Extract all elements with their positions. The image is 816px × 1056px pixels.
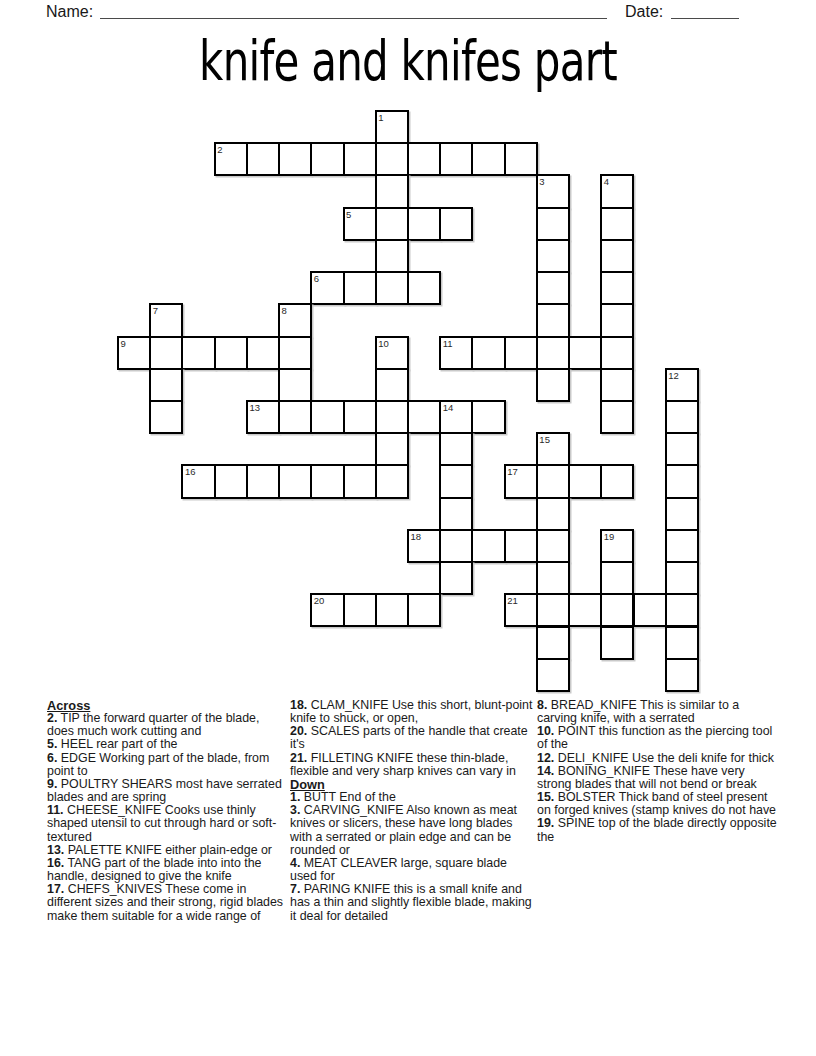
grid-cell-r11c10[interactable] bbox=[439, 464, 473, 498]
grid-cell-r11c17[interactable] bbox=[665, 464, 699, 498]
grid-cell-r13c13[interactable] bbox=[536, 529, 570, 563]
grid-cell-r8c1[interactable] bbox=[149, 368, 183, 402]
grid-cell-r4c13[interactable] bbox=[536, 239, 570, 273]
grid-cell-r9c7[interactable] bbox=[343, 400, 377, 434]
grid-cell-r10c10[interactable] bbox=[439, 432, 473, 466]
grid-cell-r3c8[interactable] bbox=[375, 207, 409, 241]
clue-number: 2. bbox=[47, 711, 57, 725]
clue-across-13: 13. PALETTE KNIFE either plain-edge or bbox=[47, 844, 289, 857]
grid-cell-r17c13[interactable] bbox=[536, 658, 570, 692]
grid-cell-r7c12[interactable] bbox=[504, 336, 538, 370]
grid-cell-r7c15[interactable] bbox=[600, 336, 634, 370]
cell-number-14: 14 bbox=[443, 402, 454, 413]
cell-number-2: 2 bbox=[217, 144, 222, 155]
grid-cell-r11c5[interactable] bbox=[278, 464, 312, 498]
clue-number: 8. bbox=[537, 698, 547, 712]
clue-down-12: 12. DELI_KNIFE Use the deli knife for th… bbox=[537, 752, 780, 765]
cell-number-6: 6 bbox=[314, 273, 319, 284]
grid-cell-r9c1[interactable] bbox=[149, 400, 183, 434]
clue-down-4: 4. MEAT CLEAVER large, square blade used… bbox=[290, 857, 537, 883]
clue-number: 20. bbox=[290, 724, 307, 738]
grid-cell-r11c12[interactable]: 17 bbox=[504, 464, 538, 498]
grid-cell-r9c11[interactable] bbox=[471, 400, 505, 434]
grid-cell-r1c3[interactable]: 2 bbox=[214, 142, 248, 176]
clue-across-17: 17. CHEFS_KNIVES These come in different… bbox=[47, 883, 289, 922]
clue-number: 9. bbox=[47, 777, 57, 791]
cell-number-3: 3 bbox=[539, 176, 544, 187]
grid-cell-r9c10[interactable]: 14 bbox=[439, 400, 473, 434]
grid-cell-r7c1[interactable] bbox=[149, 336, 183, 370]
clue-number: 19. bbox=[537, 816, 554, 830]
grid-cell-r15c13[interactable] bbox=[536, 593, 570, 627]
clue-number: 17. bbox=[47, 882, 64, 896]
grid-cell-r11c14[interactable] bbox=[568, 464, 602, 498]
grid-cell-r9c15[interactable] bbox=[600, 400, 634, 434]
clue-number: 6. bbox=[47, 751, 57, 765]
cell-number-20: 20 bbox=[314, 595, 325, 606]
grid-cell-r10c13[interactable]: 15 bbox=[536, 432, 570, 466]
grid-cell-r3c10[interactable] bbox=[439, 207, 473, 241]
cell-number-12: 12 bbox=[668, 370, 679, 381]
grid-cell-r7c4[interactable] bbox=[246, 336, 280, 370]
grid-cell-r11c4[interactable] bbox=[246, 464, 280, 498]
clue-across-11: 11. CHEESE_KNIFE Cooks use thinly shaped… bbox=[47, 804, 289, 843]
clue-number: 18. bbox=[290, 698, 307, 712]
grid-cell-r1c10[interactable] bbox=[439, 142, 473, 176]
clue-number: 5. bbox=[47, 737, 57, 751]
grid-cell-r2c13[interactable]: 3 bbox=[536, 174, 570, 208]
grid-cell-r8c5[interactable] bbox=[278, 368, 312, 402]
cell-number-7: 7 bbox=[153, 305, 158, 316]
clues-column-middle: 18. CLAM_KNIFE Use this short, blunt-poi… bbox=[290, 699, 537, 923]
grid-cell-r13c10[interactable] bbox=[439, 529, 473, 563]
grid-cell-r13c11[interactable] bbox=[471, 529, 505, 563]
grid-cell-r9c4[interactable]: 13 bbox=[246, 400, 280, 434]
grid-cell-r1c9[interactable] bbox=[407, 142, 441, 176]
grid-cell-r8c13[interactable] bbox=[536, 368, 570, 402]
cell-number-11: 11 bbox=[443, 338, 453, 349]
grid-cell-r12c13[interactable] bbox=[536, 497, 570, 531]
grid-cell-r17c17[interactable] bbox=[665, 658, 699, 692]
cell-number-9: 9 bbox=[121, 338, 126, 349]
grid-cell-r1c11[interactable] bbox=[471, 142, 505, 176]
clue-number: 14. bbox=[537, 764, 554, 778]
grid-cell-r11c8[interactable] bbox=[375, 464, 409, 498]
cell-number-1: 1 bbox=[378, 112, 383, 123]
clue-number: 16. bbox=[47, 856, 64, 870]
grid-cell-r1c4[interactable] bbox=[246, 142, 280, 176]
clue-number: 3. bbox=[290, 803, 300, 817]
grid-cell-r7c13[interactable] bbox=[536, 336, 570, 370]
grid-cell-r11c13[interactable] bbox=[536, 464, 570, 498]
clue-across-9: 9. POULTRY SHEARS most have serrated bla… bbox=[47, 778, 289, 804]
grid-cell-r13c9[interactable]: 18 bbox=[407, 529, 441, 563]
grid-cell-r3c9[interactable] bbox=[407, 207, 441, 241]
clue-across-16: 16. TANG part of the blade into into the… bbox=[47, 857, 289, 883]
grid-cell-r5c8[interactable] bbox=[375, 271, 409, 305]
grid-cell-r7c0[interactable]: 9 bbox=[117, 336, 151, 370]
clue-down-7: 7. PARING KNIFE this is a small knife an… bbox=[290, 883, 537, 922]
grid-cell-r14c17[interactable] bbox=[665, 561, 699, 595]
grid-cell-r5c13[interactable] bbox=[536, 271, 570, 305]
clue-down-3: 3. CARVING_KNIFE Also known as meat kniv… bbox=[290, 804, 537, 857]
grid-cell-r2c8[interactable] bbox=[375, 174, 409, 208]
cell-number-17: 17 bbox=[507, 466, 518, 477]
grid-cell-r10c8[interactable] bbox=[375, 432, 409, 466]
grid-cell-r13c17[interactable] bbox=[665, 529, 699, 563]
grid-cell-r7c5[interactable] bbox=[278, 336, 312, 370]
grid-cell-r16c13[interactable] bbox=[536, 626, 570, 660]
grid-cell-r15c14[interactable] bbox=[568, 593, 602, 627]
grid-cell-r3c15[interactable] bbox=[600, 207, 634, 241]
grid-cell-r10c17[interactable] bbox=[665, 432, 699, 466]
grid-cell-r0c8[interactable]: 1 bbox=[375, 110, 409, 144]
cell-number-13: 13 bbox=[249, 402, 260, 413]
grid-cell-r14c15[interactable] bbox=[600, 561, 634, 595]
grid-cell-r6c15[interactable] bbox=[600, 303, 634, 337]
grid-cell-r4c15[interactable] bbox=[600, 239, 634, 273]
grid-cell-r9c5[interactable] bbox=[278, 400, 312, 434]
grid-cell-r9c6[interactable] bbox=[310, 400, 344, 434]
cell-number-19: 19 bbox=[604, 531, 615, 542]
grid-cell-r7c8[interactable]: 10 bbox=[375, 336, 409, 370]
clue-down-14: 14. BONING_KNIFE These have very strong … bbox=[537, 765, 780, 791]
grid-cell-r7c11[interactable] bbox=[471, 336, 505, 370]
clue-number: 4. bbox=[290, 856, 300, 870]
clue-across-21: 21. FILLETING KNIFE these thin-blade, fl… bbox=[290, 752, 537, 778]
grid-cell-r8c15[interactable] bbox=[600, 368, 634, 402]
grid-cell-r15c17[interactable] bbox=[665, 593, 699, 627]
grid-cell-r7c3[interactable] bbox=[214, 336, 248, 370]
grid-cell-r9c17[interactable] bbox=[665, 400, 699, 434]
clue-across-2: 2. TIP the forward quarter of the blade,… bbox=[47, 712, 289, 738]
clue-down-15: 15. BOLSTER Thick band of steel present … bbox=[537, 791, 780, 817]
grid-cell-r15c9[interactable] bbox=[407, 593, 441, 627]
clue-across-20: 20. SCALES parts of the handle that crea… bbox=[290, 725, 537, 751]
grid-cell-r8c8[interactable] bbox=[375, 368, 409, 402]
grid-cell-r15c12[interactable]: 21 bbox=[504, 593, 538, 627]
clue-across-18: 18. CLAM_KNIFE Use this short, blunt-poi… bbox=[290, 699, 537, 725]
clues-column-left: Across2. TIP the forward quarter of the … bbox=[47, 699, 289, 923]
grid-cell-r15c6[interactable]: 20 bbox=[310, 593, 344, 627]
cell-number-18: 18 bbox=[410, 531, 421, 542]
cell-number-15: 15 bbox=[539, 434, 550, 445]
clue-number: 11. bbox=[47, 803, 64, 817]
clue-number: 13. bbox=[47, 843, 64, 857]
clues-column-right: 8. BREAD_KNIFE This is similar to a carv… bbox=[537, 699, 780, 844]
grid-cell-r1c8[interactable] bbox=[375, 142, 409, 176]
clue-down-8: 8. BREAD_KNIFE This is similar to a carv… bbox=[537, 699, 780, 725]
grid-cell-r9c8[interactable] bbox=[375, 400, 409, 434]
grid-cell-r11c15[interactable] bbox=[600, 464, 634, 498]
grid-cell-r8c17[interactable]: 12 bbox=[665, 368, 699, 402]
grid-cell-r12c10[interactable] bbox=[439, 497, 473, 531]
grid-cell-r3c7[interactable]: 5 bbox=[343, 207, 377, 241]
grid-cell-r15c7[interactable] bbox=[343, 593, 377, 627]
grid-cell-r15c16[interactable] bbox=[633, 593, 667, 627]
grid-cell-r12c17[interactable] bbox=[665, 497, 699, 531]
grid-cell-r1c7[interactable] bbox=[343, 142, 377, 176]
clue-number: 1. bbox=[290, 790, 300, 804]
clue-across-6: 6. EDGE Working part of the blade, from … bbox=[47, 752, 289, 778]
grid-cell-r1c6[interactable] bbox=[310, 142, 344, 176]
grid-cell-r11c7[interactable] bbox=[343, 464, 377, 498]
clue-number: 12. bbox=[537, 751, 554, 765]
grid-cell-r5c9[interactable] bbox=[407, 271, 441, 305]
grid-cell-r11c2[interactable]: 16 bbox=[181, 464, 215, 498]
grid-cell-r7c10[interactable]: 11 bbox=[439, 336, 473, 370]
crossword-grid: 123456789101112131415161718192021 bbox=[0, 0, 816, 700]
grid-cell-r16c15[interactable] bbox=[600, 626, 634, 660]
grid-cell-r4c8[interactable] bbox=[375, 239, 409, 273]
grid-cell-r9c9[interactable] bbox=[407, 400, 441, 434]
grid-cell-r14c13[interactable] bbox=[536, 561, 570, 595]
cell-number-21: 21 bbox=[507, 595, 518, 606]
clue-down-19: 19. SPINE top of the blade directly oppo… bbox=[537, 817, 780, 843]
grid-cell-r7c2[interactable] bbox=[181, 336, 215, 370]
grid-cell-r6c13[interactable] bbox=[536, 303, 570, 337]
grid-cell-r11c3[interactable] bbox=[214, 464, 248, 498]
grid-cell-r6c1[interactable]: 7 bbox=[149, 303, 183, 337]
clue-number: 7. bbox=[290, 882, 300, 896]
grid-cell-r5c6[interactable]: 6 bbox=[310, 271, 344, 305]
clue-down-10: 10. POINT this function as the piercing … bbox=[537, 725, 780, 751]
cell-number-10: 10 bbox=[378, 338, 389, 349]
grid-cell-r16c17[interactable] bbox=[665, 626, 699, 660]
grid-cell-r1c5[interactable] bbox=[278, 142, 312, 176]
cell-number-4: 4 bbox=[604, 176, 609, 187]
grid-cell-r15c15[interactable] bbox=[600, 593, 634, 627]
grid-cell-r13c15[interactable]: 19 bbox=[600, 529, 634, 563]
clue-across-5: 5. HEEL rear part of the bbox=[47, 738, 289, 751]
grid-cell-r13c12[interactable] bbox=[504, 529, 538, 563]
grid-cell-r5c7[interactable] bbox=[343, 271, 377, 305]
grid-cell-r5c15[interactable] bbox=[600, 271, 634, 305]
grid-cell-r11c6[interactable] bbox=[310, 464, 344, 498]
cell-number-8: 8 bbox=[282, 305, 287, 316]
clue-number: 21. bbox=[290, 751, 307, 765]
cell-number-16: 16 bbox=[185, 466, 196, 477]
grid-cell-r14c10[interactable] bbox=[439, 561, 473, 595]
grid-cell-r15c8[interactable] bbox=[375, 593, 409, 627]
grid-cell-r2c15[interactable]: 4 bbox=[600, 174, 634, 208]
grid-cell-r7c14[interactable] bbox=[568, 336, 602, 370]
cell-number-5: 5 bbox=[346, 209, 351, 220]
clue-number: 10. bbox=[537, 724, 554, 738]
grid-cell-r6c5[interactable]: 8 bbox=[278, 303, 312, 337]
grid-cell-r3c13[interactable] bbox=[536, 207, 570, 241]
clue-number: 15. bbox=[537, 790, 554, 804]
grid-cell-r1c12[interactable] bbox=[504, 142, 538, 176]
